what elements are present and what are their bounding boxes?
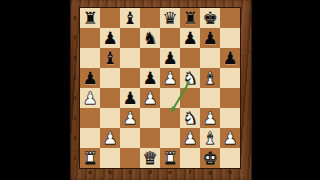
square-b8 xyxy=(100,8,120,28)
square-e1: ♜ xyxy=(160,148,180,168)
square-b5 xyxy=(100,68,120,88)
square-b3 xyxy=(100,108,120,128)
black-rook-f8: ♜ xyxy=(180,8,200,28)
square-d4: ♟ xyxy=(140,88,160,108)
square-a5: ♟ xyxy=(80,68,100,88)
square-b7: ♟ xyxy=(100,28,120,48)
white-queen-d1: ♛ xyxy=(140,148,160,168)
white-knight-f3: ♞ xyxy=(180,108,200,128)
file-label-d: d xyxy=(140,169,160,175)
square-c7 xyxy=(120,28,140,48)
square-c4: ♟ xyxy=(120,88,140,108)
video-letterbox-stage: ♜♝♛♜♚♟♞♟♟♝♟♟♟♟♟♞♝♟♟♟♟♞♟♟♟♝♟♜♛♜♚ abcdefgh… xyxy=(0,0,320,180)
black-pawn-c4: ♟ xyxy=(120,88,140,108)
square-g6 xyxy=(200,48,220,68)
square-b1 xyxy=(100,148,120,168)
chess-board: ♜♝♛♜♚♟♞♟♟♝♟♟♟♟♟♞♝♟♟♟♟♞♟♟♟♝♟♜♛♜♚ xyxy=(80,8,240,168)
black-rook-a8: ♜ xyxy=(80,8,100,28)
square-a1: ♜ xyxy=(80,148,100,168)
square-a8: ♜ xyxy=(80,8,100,28)
square-b2: ♟ xyxy=(100,128,120,148)
rank-label-4: 4 xyxy=(70,88,80,108)
file-label-a: a xyxy=(80,169,100,175)
square-e4 xyxy=(160,88,180,108)
square-h4 xyxy=(220,88,240,108)
white-rook-e1: ♜ xyxy=(160,148,180,168)
black-knight-d7: ♞ xyxy=(140,28,160,48)
square-h6: ♟ xyxy=(220,48,240,68)
white-pawn-a4: ♟ xyxy=(80,88,100,108)
square-a6 xyxy=(80,48,100,68)
square-a7 xyxy=(80,28,100,48)
white-pawn-h2: ♟ xyxy=(220,128,240,148)
rank-label-2: 2 xyxy=(70,128,80,148)
square-f6 xyxy=(180,48,200,68)
black-pawn-b7: ♟ xyxy=(100,28,120,48)
square-g8: ♚ xyxy=(200,8,220,28)
square-g7: ♟ xyxy=(200,28,220,48)
square-d7: ♞ xyxy=(140,28,160,48)
rank-label-3: 3 xyxy=(70,108,80,128)
square-c6 xyxy=(120,48,140,68)
square-b4 xyxy=(100,88,120,108)
square-e7 xyxy=(160,28,180,48)
square-d3 xyxy=(140,108,160,128)
white-pawn-e5: ♟ xyxy=(160,68,180,88)
square-g4 xyxy=(200,88,220,108)
black-queen-e8: ♛ xyxy=(160,8,180,28)
square-h7 xyxy=(220,28,240,48)
white-pawn-c3: ♟ xyxy=(120,108,140,128)
rank-label-7: 7 xyxy=(70,28,80,48)
white-knight-f5: ♞ xyxy=(180,68,200,88)
rank-label-6: 6 xyxy=(70,48,80,68)
square-g5: ♝ xyxy=(200,68,220,88)
white-king-g1: ♚ xyxy=(200,148,220,168)
rank-label-8: 8 xyxy=(70,8,80,28)
square-f3: ♞ xyxy=(180,108,200,128)
black-pawn-e6: ♟ xyxy=(160,48,180,68)
file-label-h: h xyxy=(220,169,240,175)
square-h8 xyxy=(220,8,240,28)
square-f5: ♞ xyxy=(180,68,200,88)
square-h1 xyxy=(220,148,240,168)
square-f7: ♟ xyxy=(180,28,200,48)
black-pawn-f7: ♟ xyxy=(180,28,200,48)
square-d8 xyxy=(140,8,160,28)
square-g2: ♝ xyxy=(200,128,220,148)
square-h3 xyxy=(220,108,240,128)
white-pawn-f2: ♟ xyxy=(180,128,200,148)
square-b6: ♝ xyxy=(100,48,120,68)
file-label-c: c xyxy=(120,169,140,175)
square-c5 xyxy=(120,68,140,88)
white-bishop-g2: ♝ xyxy=(200,128,220,148)
white-pawn-b2: ♟ xyxy=(100,128,120,148)
square-g1: ♚ xyxy=(200,148,220,168)
black-bishop-b6: ♝ xyxy=(100,48,120,68)
rank-label-1: 1 xyxy=(70,148,80,168)
white-rook-a1: ♜ xyxy=(80,148,100,168)
rank-label-5: 5 xyxy=(70,68,80,88)
square-c3: ♟ xyxy=(120,108,140,128)
file-label-e: e xyxy=(160,169,180,175)
square-c2 xyxy=(120,128,140,148)
square-f1 xyxy=(180,148,200,168)
board-frame: ♜♝♛♜♚♟♞♟♟♝♟♟♟♟♟♞♝♟♟♟♟♞♟♟♟♝♟♜♛♜♚ abcdefgh… xyxy=(70,0,252,180)
square-g3: ♟ xyxy=(200,108,220,128)
file-label-f: f xyxy=(180,169,200,175)
square-a2 xyxy=(80,128,100,148)
black-pawn-a5: ♟ xyxy=(80,68,100,88)
square-c8: ♝ xyxy=(120,8,140,28)
square-e5: ♟ xyxy=(160,68,180,88)
square-e2 xyxy=(160,128,180,148)
square-e6: ♟ xyxy=(160,48,180,68)
file-label-b: b xyxy=(100,169,120,175)
white-bishop-g5: ♝ xyxy=(200,68,220,88)
square-f2: ♟ xyxy=(180,128,200,148)
square-e8: ♛ xyxy=(160,8,180,28)
white-pawn-g3: ♟ xyxy=(200,108,220,128)
square-e3 xyxy=(160,108,180,128)
square-a4: ♟ xyxy=(80,88,100,108)
square-d1: ♛ xyxy=(140,148,160,168)
square-a3 xyxy=(80,108,100,128)
square-d2 xyxy=(140,128,160,148)
square-f8: ♜ xyxy=(180,8,200,28)
black-pawn-g7: ♟ xyxy=(200,28,220,48)
black-pawn-h6: ♟ xyxy=(220,48,240,68)
white-pawn-d4: ♟ xyxy=(140,88,160,108)
file-label-g: g xyxy=(200,169,220,175)
square-f4 xyxy=(180,88,200,108)
black-king-g8: ♚ xyxy=(200,8,220,28)
black-pawn-d5: ♟ xyxy=(140,68,160,88)
square-h2: ♟ xyxy=(220,128,240,148)
square-d5: ♟ xyxy=(140,68,160,88)
square-c1 xyxy=(120,148,140,168)
square-h5 xyxy=(220,68,240,88)
square-d6 xyxy=(140,48,160,68)
black-bishop-c8: ♝ xyxy=(120,8,140,28)
